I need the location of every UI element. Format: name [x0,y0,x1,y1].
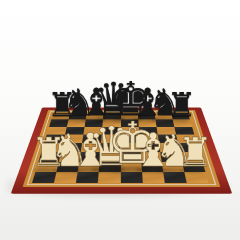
square-h6 [174,127,194,135]
square-f6 [138,127,157,135]
square-g6 [156,127,176,135]
square-g5 [157,135,177,143]
square-h5 [176,135,197,143]
square-f3 [140,152,161,162]
square-g8 [154,113,172,120]
square-h2 [182,162,206,172]
square-b8 [69,113,87,120]
square-c6 [84,127,103,135]
square-h7 [173,119,193,126]
square-d2 [99,162,120,172]
square-c2 [78,162,100,172]
square-d8 [103,113,120,120]
square-d5 [101,135,120,143]
square-g1 [163,172,187,183]
square-d3 [100,152,121,162]
square-f5 [139,135,159,143]
square-c4 [81,143,101,152]
square-f1 [142,172,165,183]
square-f7 [138,119,156,126]
board-grid [32,113,209,184]
square-b1 [54,172,78,183]
board-boundary-line [27,111,217,185]
square-h4 [178,143,200,152]
square-b7 [67,119,86,126]
square-b3 [59,152,81,162]
square-b2 [57,162,80,172]
square-b6 [65,127,85,135]
square-d7 [103,119,121,126]
square-g2 [161,162,184,172]
board-margin [23,110,221,187]
square-a8 [51,113,70,120]
square-d1 [98,172,120,183]
square-h8 [171,113,190,120]
square-e5 [121,135,140,143]
square-a1 [32,172,57,183]
square-e8 [121,113,138,120]
square-e6 [121,127,139,135]
square-f8 [137,113,155,120]
square-a4 [41,143,63,152]
square-a2 [35,162,59,172]
square-c1 [76,172,99,183]
square-h1 [184,172,209,183]
square-c5 [82,135,102,143]
square-c3 [79,152,100,162]
square-a6 [47,127,67,135]
square-d6 [102,127,120,135]
square-f4 [140,143,160,152]
square-c8 [86,113,104,120]
square-e3 [120,152,140,162]
square-e2 [120,162,141,172]
square-g4 [159,143,180,152]
square-g3 [160,152,182,162]
square-e1 [120,172,142,183]
product-photo-scene: ♜♞♝♛♚♝♞♜♜♞♝♛♚♝♞♜ [0,0,240,240]
square-a3 [38,152,61,162]
square-g7 [155,119,174,126]
square-a7 [49,119,69,126]
square-c7 [85,119,103,126]
square-h3 [180,152,203,162]
square-f2 [141,162,163,172]
square-a5 [44,135,65,143]
square-b4 [61,143,82,152]
square-b5 [63,135,83,143]
square-d4 [101,143,121,152]
chess-board [11,107,233,193]
square-e4 [120,143,140,152]
square-e7 [121,119,139,126]
